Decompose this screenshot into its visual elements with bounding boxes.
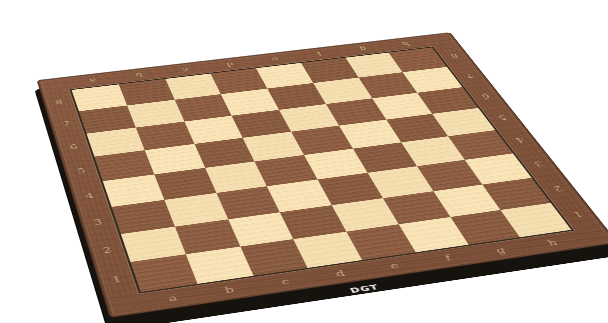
square-e2[interactable] — [332, 198, 399, 232]
square-h2[interactable] — [482, 178, 550, 211]
square-d4[interactable] — [255, 155, 318, 186]
dgt-brand-logo: DGT — [349, 284, 380, 294]
square-a1[interactable] — [130, 254, 197, 292]
square-c1[interactable] — [240, 239, 308, 276]
chessboard-3d-wrapper: DGT abcdefgh abcdefgh 87654321 87654321 — [37, 32, 608, 318]
square-d3[interactable] — [267, 179, 332, 212]
square-d1[interactable] — [294, 232, 363, 268]
board-grid — [69, 47, 574, 294]
square-b2[interactable] — [175, 219, 240, 254]
product-photo-stage: DGT abcdefgh abcdefgh 87654321 87654321 — [0, 0, 608, 323]
square-a2[interactable] — [121, 226, 186, 262]
square-b1[interactable] — [186, 247, 253, 284]
chess-board: abcdefgh abcdefgh 87654321 87654321 — [37, 32, 608, 318]
square-a4[interactable] — [103, 175, 164, 207]
square-g2[interactable] — [433, 184, 501, 217]
square-h3[interactable] — [465, 153, 531, 184]
square-c3[interactable] — [216, 186, 280, 219]
square-e3[interactable] — [317, 173, 382, 205]
square-d2[interactable] — [280, 205, 346, 239]
square-b3[interactable] — [164, 193, 228, 227]
square-f3[interactable] — [367, 166, 433, 198]
square-g1[interactable] — [450, 210, 520, 245]
square-f2[interactable] — [383, 191, 450, 224]
square-a3[interactable] — [112, 200, 175, 234]
square-g3[interactable] — [416, 160, 482, 191]
coord-label-5: 5 — [65, 157, 97, 185]
coords-files-white-side: abcdefgh — [142, 233, 584, 310]
square-c4[interactable] — [205, 161, 267, 192]
square-a5[interactable] — [94, 150, 154, 181]
frame-bottom — [107, 227, 608, 316]
coord-label-4: 4 — [73, 182, 106, 211]
square-f1[interactable] — [399, 217, 469, 252]
square-e1[interactable] — [346, 224, 415, 260]
coord-label-1: 1 — [556, 199, 600, 229]
square-h1[interactable] — [501, 203, 572, 237]
square-c2[interactable] — [228, 212, 294, 247]
coord-label-3: 3 — [81, 208, 115, 239]
coord-label-2: 2 — [536, 174, 579, 203]
square-b4[interactable] — [154, 168, 216, 200]
coord-label-2: 2 — [90, 235, 125, 267]
coord-label-1: 1 — [99, 263, 135, 297]
